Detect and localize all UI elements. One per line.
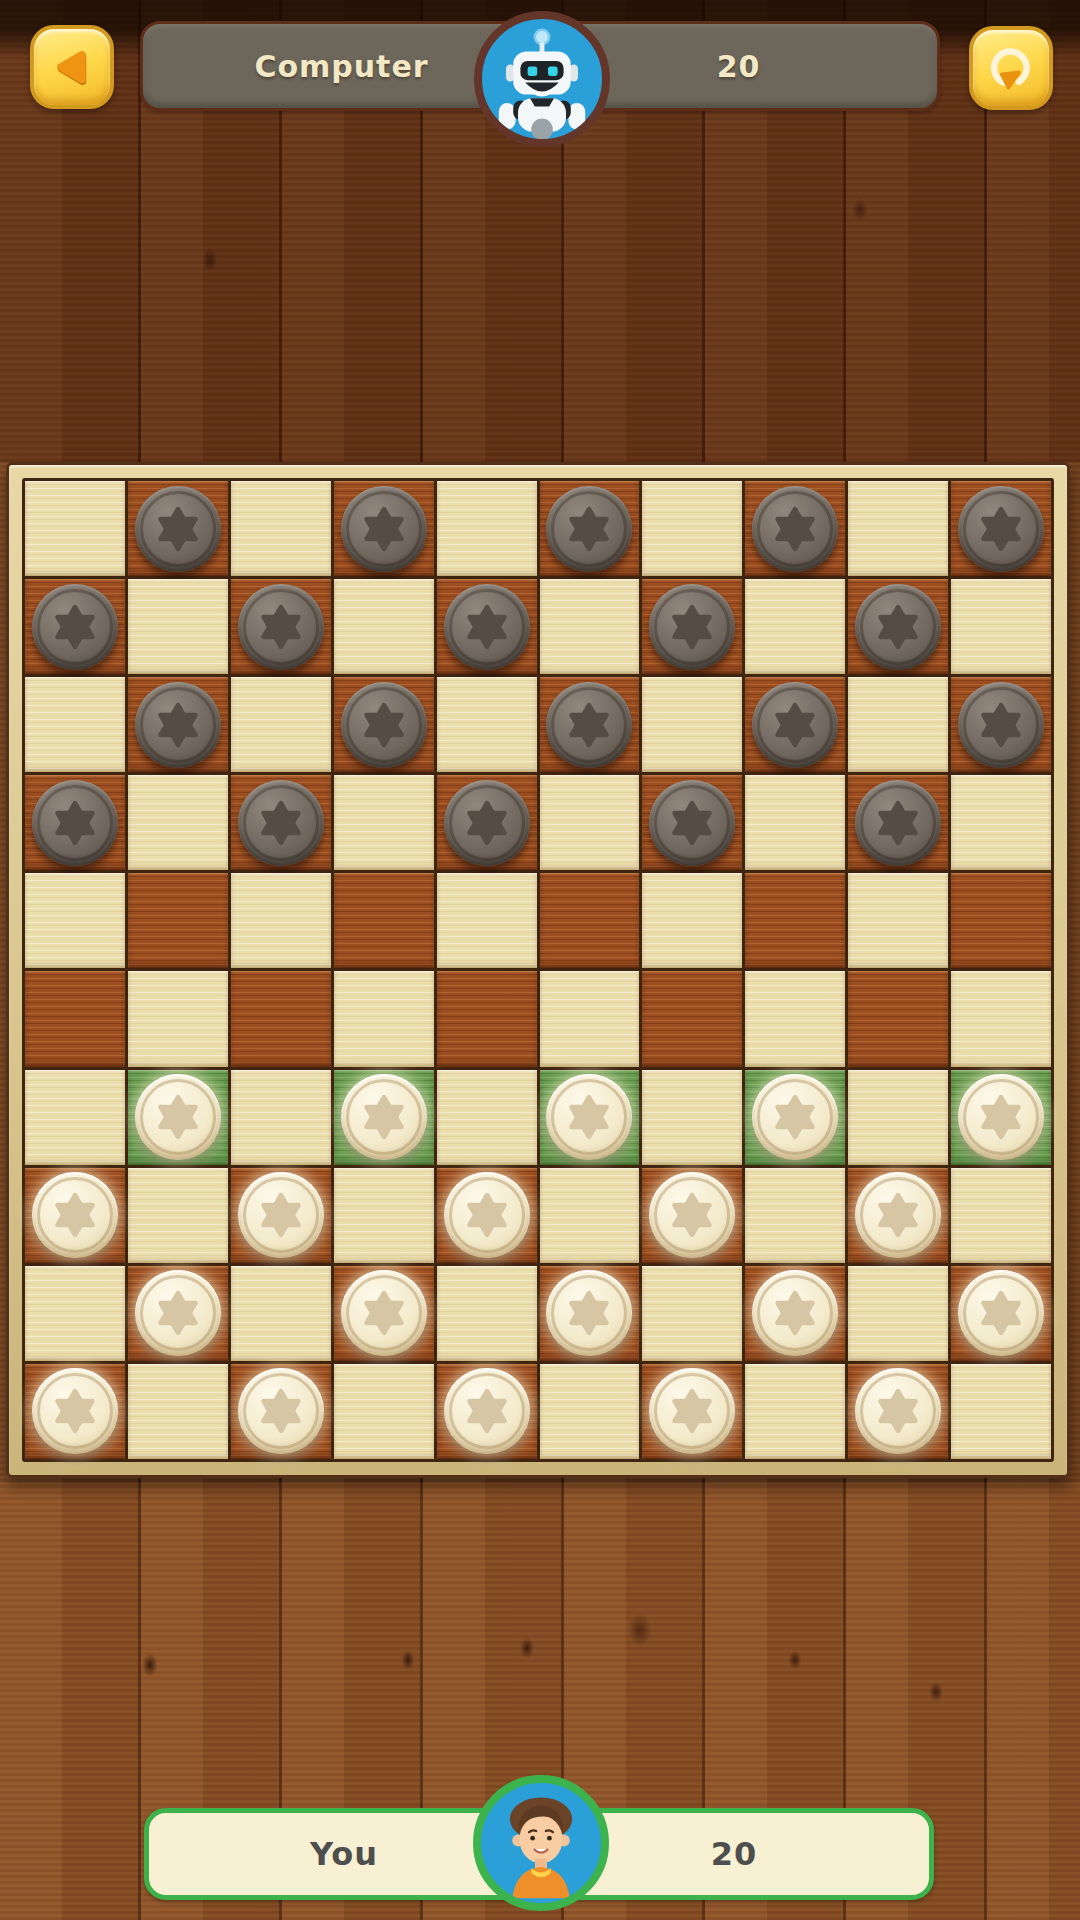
- square-r2c4: [334, 579, 434, 674]
- black-piece[interactable]: [855, 584, 941, 670]
- black-piece[interactable]: [135, 486, 221, 572]
- six-pointed-star-icon: [666, 601, 718, 653]
- square-r6c6: [540, 971, 640, 1066]
- six-pointed-star-icon: [152, 699, 204, 751]
- six-pointed-star-icon: [563, 503, 615, 555]
- six-pointed-star-icon: [461, 601, 513, 653]
- robot-icon: [482, 19, 602, 139]
- boy-icon: [481, 1783, 601, 1903]
- six-pointed-star-icon: [255, 601, 307, 653]
- six-pointed-star-icon: [563, 1287, 615, 1339]
- square-r8c3[interactable]: [231, 1168, 331, 1263]
- square-r6c10: [951, 971, 1051, 1066]
- square-r1c2[interactable]: [128, 481, 228, 576]
- black-piece[interactable]: [32, 584, 118, 670]
- white-piece[interactable]: [546, 1270, 632, 1356]
- square-r10c1[interactable]: [25, 1364, 125, 1459]
- square-r4c4: [334, 775, 434, 870]
- square-r7c2-highlighted[interactable]: [128, 1070, 228, 1165]
- six-pointed-star-icon: [872, 1385, 924, 1437]
- six-pointed-star-icon: [358, 699, 410, 751]
- square-r4c3[interactable]: [231, 775, 331, 870]
- square-r4c6: [540, 775, 640, 870]
- square-r9c4[interactable]: [334, 1266, 434, 1361]
- square-r10c9[interactable]: [848, 1364, 948, 1459]
- square-r10c4: [334, 1364, 434, 1459]
- six-pointed-star-icon: [872, 1189, 924, 1241]
- black-piece[interactable]: [444, 584, 530, 670]
- square-r7c9: [848, 1070, 948, 1165]
- square-r2c1[interactable]: [25, 579, 125, 674]
- square-r3c9: [848, 677, 948, 772]
- six-pointed-star-icon: [49, 1189, 101, 1241]
- black-piece[interactable]: [32, 780, 118, 866]
- square-r8c2: [128, 1168, 228, 1263]
- square-r2c3[interactable]: [231, 579, 331, 674]
- square-r1c6[interactable]: [540, 481, 640, 576]
- black-piece[interactable]: [546, 682, 632, 768]
- square-r9c6[interactable]: [540, 1266, 640, 1361]
- white-piece[interactable]: [649, 1368, 735, 1454]
- white-piece[interactable]: [135, 1270, 221, 1356]
- six-pointed-star-icon: [563, 1091, 615, 1143]
- six-pointed-star-icon: [975, 1287, 1027, 1339]
- square-r10c6: [540, 1364, 640, 1459]
- black-piece[interactable]: [752, 486, 838, 572]
- square-r1c7: [642, 481, 742, 576]
- square-r7c8-highlighted[interactable]: [745, 1070, 845, 1165]
- square-r3c5: [437, 677, 537, 772]
- square-r3c2[interactable]: [128, 677, 228, 772]
- square-r6c3[interactable]: [231, 971, 331, 1066]
- square-r8c9[interactable]: [848, 1168, 948, 1263]
- black-piece[interactable]: [238, 584, 324, 670]
- square-r5c10[interactable]: [951, 873, 1051, 968]
- black-piece[interactable]: [546, 486, 632, 572]
- square-r3c1: [25, 677, 125, 772]
- square-r7c7: [642, 1070, 742, 1165]
- square-r8c6: [540, 1168, 640, 1263]
- six-pointed-star-icon: [49, 797, 101, 849]
- square-r8c8: [745, 1168, 845, 1263]
- square-r6c1[interactable]: [25, 971, 125, 1066]
- square-r6c8: [745, 971, 845, 1066]
- square-r7c6-highlighted[interactable]: [540, 1070, 640, 1165]
- six-pointed-star-icon: [769, 699, 821, 751]
- you-score: 20: [711, 1835, 758, 1873]
- square-r10c5[interactable]: [437, 1364, 537, 1459]
- square-r7c3: [231, 1070, 331, 1165]
- square-r1c8[interactable]: [745, 481, 845, 576]
- white-piece[interactable]: [238, 1172, 324, 1258]
- board-grid: [22, 478, 1054, 1462]
- square-r5c1: [25, 873, 125, 968]
- square-r7c5: [437, 1070, 537, 1165]
- square-r10c10: [951, 1364, 1051, 1459]
- square-r7c4-highlighted[interactable]: [334, 1070, 434, 1165]
- you-label: You: [310, 1835, 378, 1873]
- square-r5c6[interactable]: [540, 873, 640, 968]
- black-piece[interactable]: [958, 682, 1044, 768]
- white-piece[interactable]: [32, 1172, 118, 1258]
- boy-avatar: [473, 1775, 609, 1911]
- white-piece[interactable]: [238, 1368, 324, 1454]
- game-screen: Computer 20: [0, 0, 1080, 1920]
- six-pointed-star-icon: [666, 797, 718, 849]
- six-pointed-star-icon: [49, 601, 101, 653]
- black-piece[interactable]: [855, 780, 941, 866]
- six-pointed-star-icon: [358, 1091, 410, 1143]
- black-piece[interactable]: [341, 682, 427, 768]
- six-pointed-star-icon: [975, 1091, 1027, 1143]
- square-r3c6[interactable]: [540, 677, 640, 772]
- white-piece[interactable]: [958, 1270, 1044, 1356]
- black-piece[interactable]: [649, 780, 735, 866]
- square-r5c2[interactable]: [128, 873, 228, 968]
- square-r5c3: [231, 873, 331, 968]
- square-r10c7[interactable]: [642, 1364, 742, 1459]
- square-r2c10: [951, 579, 1051, 674]
- white-piece[interactable]: [958, 1074, 1044, 1160]
- square-r5c8[interactable]: [745, 873, 845, 968]
- six-pointed-star-icon: [461, 1189, 513, 1241]
- square-r8c7[interactable]: [642, 1168, 742, 1263]
- restart-circular-arrow-icon: [985, 42, 1037, 94]
- six-pointed-star-icon: [975, 699, 1027, 751]
- six-pointed-star-icon: [769, 1091, 821, 1143]
- six-pointed-star-icon: [461, 797, 513, 849]
- square-r1c10[interactable]: [951, 481, 1051, 576]
- square-r4c7[interactable]: [642, 775, 742, 870]
- square-r3c3: [231, 677, 331, 772]
- six-pointed-star-icon: [152, 503, 204, 555]
- six-pointed-star-icon: [358, 1287, 410, 1339]
- six-pointed-star-icon: [975, 503, 1027, 555]
- six-pointed-star-icon: [152, 1091, 204, 1143]
- square-r6c2: [128, 971, 228, 1066]
- white-piece[interactable]: [752, 1074, 838, 1160]
- square-r5c5: [437, 873, 537, 968]
- white-piece[interactable]: [855, 1172, 941, 1258]
- square-r4c9[interactable]: [848, 775, 948, 870]
- six-pointed-star-icon: [255, 1189, 307, 1241]
- back-button[interactable]: [30, 25, 114, 109]
- six-pointed-star-icon: [152, 1287, 204, 1339]
- restart-button[interactable]: [969, 26, 1053, 110]
- six-pointed-star-icon: [666, 1385, 718, 1437]
- square-r4c10: [951, 775, 1051, 870]
- white-piece[interactable]: [546, 1074, 632, 1160]
- six-pointed-star-icon: [769, 1287, 821, 1339]
- square-r5c9: [848, 873, 948, 968]
- black-piece[interactable]: [752, 682, 838, 768]
- white-piece[interactable]: [341, 1270, 427, 1356]
- six-pointed-star-icon: [872, 797, 924, 849]
- six-pointed-star-icon: [563, 699, 615, 751]
- square-r1c3: [231, 481, 331, 576]
- white-piece[interactable]: [341, 1074, 427, 1160]
- square-r4c2: [128, 775, 228, 870]
- white-piece[interactable]: [752, 1270, 838, 1356]
- square-r9c8[interactable]: [745, 1266, 845, 1361]
- white-piece[interactable]: [444, 1172, 530, 1258]
- computer-label: Computer: [254, 49, 428, 84]
- square-r3c10[interactable]: [951, 677, 1051, 772]
- checkers-board: [6, 462, 1070, 1478]
- black-piece[interactable]: [649, 584, 735, 670]
- square-r1c9: [848, 481, 948, 576]
- white-piece[interactable]: [32, 1368, 118, 1454]
- square-r7c1: [25, 1070, 125, 1165]
- square-r1c4[interactable]: [334, 481, 434, 576]
- square-r4c5[interactable]: [437, 775, 537, 870]
- six-pointed-star-icon: [769, 503, 821, 555]
- white-piece[interactable]: [855, 1368, 941, 1454]
- six-pointed-star-icon: [358, 503, 410, 555]
- square-r3c4[interactable]: [334, 677, 434, 772]
- square-r6c5[interactable]: [437, 971, 537, 1066]
- square-r6c9[interactable]: [848, 971, 948, 1066]
- square-r2c7[interactable]: [642, 579, 742, 674]
- six-pointed-star-icon: [872, 601, 924, 653]
- square-r9c2[interactable]: [128, 1266, 228, 1361]
- square-r3c7: [642, 677, 742, 772]
- square-r6c7[interactable]: [642, 971, 742, 1066]
- square-r9c1: [25, 1266, 125, 1361]
- square-r9c3: [231, 1266, 331, 1361]
- square-r8c1[interactable]: [25, 1168, 125, 1263]
- square-r2c5[interactable]: [437, 579, 537, 674]
- square-r2c8: [745, 579, 845, 674]
- square-r2c2: [128, 579, 228, 674]
- square-r8c5[interactable]: [437, 1168, 537, 1263]
- square-r8c4: [334, 1168, 434, 1263]
- six-pointed-star-icon: [666, 1189, 718, 1241]
- square-r9c7: [642, 1266, 742, 1361]
- square-r6c4: [334, 971, 434, 1066]
- square-r10c2: [128, 1364, 228, 1459]
- six-pointed-star-icon: [255, 797, 307, 849]
- black-piece[interactable]: [238, 780, 324, 866]
- square-r5c4[interactable]: [334, 873, 434, 968]
- white-piece[interactable]: [135, 1074, 221, 1160]
- back-arrow-icon: [46, 41, 98, 93]
- square-r4c1[interactable]: [25, 775, 125, 870]
- black-piece[interactable]: [958, 486, 1044, 572]
- square-r3c8[interactable]: [745, 677, 845, 772]
- black-piece[interactable]: [135, 682, 221, 768]
- robot-avatar: [474, 11, 610, 147]
- square-r8c10: [951, 1168, 1051, 1263]
- white-piece[interactable]: [444, 1368, 530, 1454]
- white-piece[interactable]: [649, 1172, 735, 1258]
- square-r2c6: [540, 579, 640, 674]
- computer-score: 20: [717, 49, 761, 84]
- square-r1c5: [437, 481, 537, 576]
- square-r2c9[interactable]: [848, 579, 948, 674]
- black-piece[interactable]: [444, 780, 530, 866]
- square-r7c10-highlighted[interactable]: [951, 1070, 1051, 1165]
- six-pointed-star-icon: [49, 1385, 101, 1437]
- square-r5c7: [642, 873, 742, 968]
- square-r4c8: [745, 775, 845, 870]
- square-r9c5: [437, 1266, 537, 1361]
- black-piece[interactable]: [341, 486, 427, 572]
- square-r10c8: [745, 1364, 845, 1459]
- square-r1c1: [25, 481, 125, 576]
- six-pointed-star-icon: [461, 1385, 513, 1437]
- square-r9c9: [848, 1266, 948, 1361]
- square-r9c10[interactable]: [951, 1266, 1051, 1361]
- six-pointed-star-icon: [255, 1385, 307, 1437]
- square-r10c3[interactable]: [231, 1364, 331, 1459]
